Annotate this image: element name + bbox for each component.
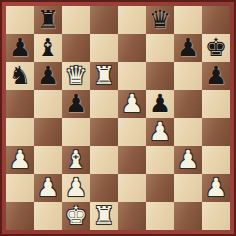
square-c8[interactable] — [62, 6, 90, 34]
white-bishop-c3[interactable]: ♝ — [62, 146, 90, 174]
white-king-c1[interactable]: ♚ — [62, 202, 90, 230]
chess-board: ♜♛♟♝♟♚♞♟♛♜♟♟♟♟♟♟♝♟♟♟♟♚♜ — [6, 6, 230, 230]
square-e5[interactable]: ♟ — [118, 90, 146, 118]
square-b2[interactable]: ♟ — [34, 174, 62, 202]
square-e3[interactable] — [118, 146, 146, 174]
square-e6[interactable] — [118, 62, 146, 90]
square-f3[interactable] — [146, 146, 174, 174]
square-a4[interactable] — [6, 118, 34, 146]
square-h5[interactable] — [202, 90, 230, 118]
square-g6[interactable] — [174, 62, 202, 90]
black-knight-a6[interactable]: ♞ — [6, 62, 34, 90]
square-d1[interactable]: ♜ — [90, 202, 118, 230]
square-b4[interactable] — [34, 118, 62, 146]
white-pawn-h2[interactable]: ♟ — [202, 174, 230, 202]
square-h6[interactable]: ♟ — [202, 62, 230, 90]
square-g7[interactable]: ♟ — [174, 34, 202, 62]
square-c5[interactable]: ♟ — [62, 90, 90, 118]
square-g3[interactable]: ♟ — [174, 146, 202, 174]
square-g8[interactable] — [174, 6, 202, 34]
square-a6[interactable]: ♞ — [6, 62, 34, 90]
square-a8[interactable] — [6, 6, 34, 34]
square-d4[interactable] — [90, 118, 118, 146]
square-f7[interactable] — [146, 34, 174, 62]
black-pawn-a7[interactable]: ♟ — [6, 34, 34, 62]
square-a2[interactable] — [6, 174, 34, 202]
square-h7[interactable]: ♚ — [202, 34, 230, 62]
square-b1[interactable] — [34, 202, 62, 230]
board-frame-inner: ♜♛♟♝♟♚♞♟♛♜♟♟♟♟♟♟♝♟♟♟♟♚♜ — [2, 2, 234, 234]
square-h3[interactable] — [202, 146, 230, 174]
square-f8[interactable]: ♛ — [146, 6, 174, 34]
square-g5[interactable] — [174, 90, 202, 118]
square-b7[interactable]: ♝ — [34, 34, 62, 62]
square-e4[interactable] — [118, 118, 146, 146]
square-e8[interactable] — [118, 6, 146, 34]
square-h2[interactable]: ♟ — [202, 174, 230, 202]
square-g4[interactable] — [174, 118, 202, 146]
square-c2[interactable]: ♟ — [62, 174, 90, 202]
square-h1[interactable] — [202, 202, 230, 230]
square-c7[interactable] — [62, 34, 90, 62]
square-f5[interactable]: ♟ — [146, 90, 174, 118]
white-pawn-b2[interactable]: ♟ — [34, 174, 62, 202]
black-king-h7[interactable]: ♚ — [202, 34, 230, 62]
square-f2[interactable] — [146, 174, 174, 202]
square-e7[interactable] — [118, 34, 146, 62]
square-b5[interactable] — [34, 90, 62, 118]
square-d3[interactable] — [90, 146, 118, 174]
square-a1[interactable] — [6, 202, 34, 230]
square-g1[interactable] — [174, 202, 202, 230]
square-g2[interactable] — [174, 174, 202, 202]
square-c4[interactable] — [62, 118, 90, 146]
square-e1[interactable] — [118, 202, 146, 230]
square-f6[interactable] — [146, 62, 174, 90]
square-b8[interactable]: ♜ — [34, 6, 62, 34]
square-b6[interactable]: ♟ — [34, 62, 62, 90]
black-pawn-f5[interactable]: ♟ — [146, 90, 174, 118]
square-a3[interactable]: ♟ — [6, 146, 34, 174]
white-pawn-f4[interactable]: ♟ — [146, 118, 174, 146]
board-frame: ♜♛♟♝♟♚♞♟♛♜♟♟♟♟♟♟♝♟♟♟♟♚♜ — [0, 0, 236, 236]
black-bishop-b7[interactable]: ♝ — [34, 34, 62, 62]
square-d7[interactable] — [90, 34, 118, 62]
square-c6[interactable]: ♛ — [62, 62, 90, 90]
white-rook-d1[interactable]: ♜ — [90, 202, 118, 230]
white-rook-d6[interactable]: ♜ — [90, 62, 118, 90]
square-h4[interactable] — [202, 118, 230, 146]
white-pawn-a3[interactable]: ♟ — [6, 146, 34, 174]
black-pawn-c5[interactable]: ♟ — [62, 90, 90, 118]
white-pawn-e5[interactable]: ♟ — [118, 90, 146, 118]
square-c3[interactable]: ♝ — [62, 146, 90, 174]
square-h8[interactable] — [202, 6, 230, 34]
square-a5[interactable] — [6, 90, 34, 118]
square-e2[interactable] — [118, 174, 146, 202]
square-a7[interactable]: ♟ — [6, 34, 34, 62]
white-pawn-c2[interactable]: ♟ — [62, 174, 90, 202]
square-d6[interactable]: ♜ — [90, 62, 118, 90]
black-rook-b8[interactable]: ♜ — [34, 6, 62, 34]
square-f1[interactable] — [146, 202, 174, 230]
black-queen-f8[interactable]: ♛ — [146, 6, 174, 34]
square-d2[interactable] — [90, 174, 118, 202]
black-pawn-g7[interactable]: ♟ — [174, 34, 202, 62]
black-pawn-b6[interactable]: ♟ — [34, 62, 62, 90]
black-pawn-h6[interactable]: ♟ — [202, 62, 230, 90]
white-pawn-g3[interactable]: ♟ — [174, 146, 202, 174]
white-queen-c6[interactable]: ♛ — [62, 62, 90, 90]
square-f4[interactable]: ♟ — [146, 118, 174, 146]
square-d8[interactable] — [90, 6, 118, 34]
square-d5[interactable] — [90, 90, 118, 118]
square-c1[interactable]: ♚ — [62, 202, 90, 230]
square-b3[interactable] — [34, 146, 62, 174]
